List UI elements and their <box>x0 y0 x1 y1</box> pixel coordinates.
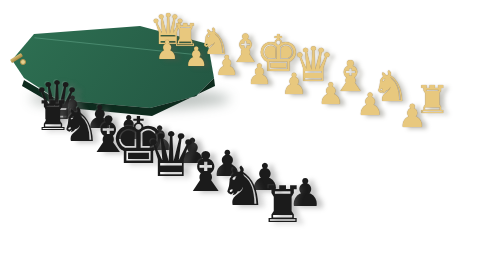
chess-set-photo: aabbccddeeffgghh1122334455667788 ♜♞♝♚♛♝♞… <box>0 0 500 270</box>
chess-bag <box>0 0 500 270</box>
zipper-ring-icon <box>20 59 26 65</box>
